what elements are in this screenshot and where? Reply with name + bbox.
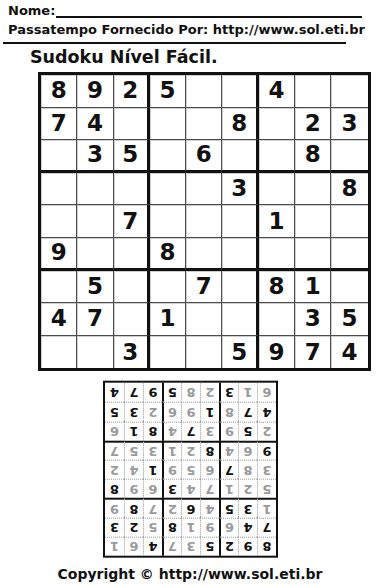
solution-cell-r7c7: 8 xyxy=(143,422,162,441)
cell-r9c6: 5 xyxy=(222,336,258,369)
given-digit: 7 xyxy=(87,307,103,330)
solution-cell-r6c5: 2 xyxy=(181,441,200,460)
solution-cell-r8c8: 3 xyxy=(124,403,143,422)
given-digit: 1 xyxy=(268,210,284,233)
cell-r7c7: 8 xyxy=(259,271,295,304)
solution-cell-r4c5: 4 xyxy=(181,479,200,498)
given-digit: 8 xyxy=(167,521,176,534)
cell-r4c4[interactable] xyxy=(150,173,186,206)
given-digit: 3 xyxy=(167,483,176,496)
solution-cell-r3c3: 5 xyxy=(219,498,238,517)
solved-digit: 3 xyxy=(262,464,271,477)
given-digit: 8 xyxy=(268,275,284,298)
given-digit: 8 xyxy=(160,241,176,264)
solution-cell-r9c5: 8 xyxy=(181,383,200,402)
solution-cell-r4c8: 9 xyxy=(124,479,143,498)
given-digit: 7 xyxy=(305,341,321,364)
solved-digit: 3 xyxy=(205,425,214,438)
solution-cell-r8c3: 8 xyxy=(219,403,238,422)
given-digit: 7 xyxy=(129,386,138,399)
cell-r4c1[interactable] xyxy=(41,173,77,206)
cell-r9c2[interactable] xyxy=(77,336,113,369)
solved-digit: 9 xyxy=(186,406,195,419)
solution-cell-r5c2: 8 xyxy=(238,460,257,479)
cell-r8c1: 4 xyxy=(41,303,77,336)
solution-cell-r8c4: 1 xyxy=(200,403,219,422)
solved-digit: 3 xyxy=(186,540,195,553)
solution-cell-r8c6: 6 xyxy=(162,403,181,422)
solution-cell-r7c6: 4 xyxy=(162,422,181,441)
solution-cell-r1c6: 7 xyxy=(162,537,181,556)
solution-cell-r2c2: 4 xyxy=(238,518,257,537)
given-digit: 2 xyxy=(224,540,233,553)
given-digit: 3 xyxy=(342,112,358,135)
cell-r6c8[interactable] xyxy=(295,238,331,271)
given-digit: 6 xyxy=(196,143,212,166)
name-row: Nome: xyxy=(8,3,372,18)
solution-cell-r5c3: 7 xyxy=(219,460,238,479)
given-digit: 5 xyxy=(122,143,138,166)
solution-cell-r3c7: 7 xyxy=(143,498,162,517)
solution-cell-r5c9: 2 xyxy=(105,460,124,479)
solution-cell-r7c2: 5 xyxy=(238,422,257,441)
solved-digit: 8 xyxy=(243,464,252,477)
name-label: Nome: xyxy=(8,3,55,18)
given-digit: 5 xyxy=(87,275,103,298)
given-digit: 8 xyxy=(231,112,247,135)
given-digit: 4 xyxy=(262,406,271,419)
cell-r7c3[interactable] xyxy=(114,271,150,304)
solution-cell-r9c4: 2 xyxy=(200,383,219,402)
given-digit: 6 xyxy=(186,503,195,516)
solution-cell-r1c4: 5 xyxy=(200,537,219,556)
solution-cell-r2c1: 7 xyxy=(257,518,276,537)
solution-cell-r3c2: 3 xyxy=(238,498,257,517)
cell-r6c9[interactable] xyxy=(331,238,367,271)
solution-cell-r4c7: 6 xyxy=(143,479,162,498)
solution-cell-r4c4: 7 xyxy=(200,479,219,498)
solution-cell-r6c6: 1 xyxy=(162,441,181,460)
solved-digit: 5 xyxy=(148,521,157,534)
given-digit: 3 xyxy=(243,503,252,516)
solved-digit: 5 xyxy=(262,483,271,496)
solution-cell-r4c9: 8 xyxy=(105,479,124,498)
given-digit: 2 xyxy=(305,112,321,135)
cell-r8c8: 3 xyxy=(295,303,331,336)
solution-cell-r9c1: 6 xyxy=(257,383,276,402)
solution-cell-r6c3: 4 xyxy=(219,441,238,460)
cell-r5c3: 7 xyxy=(114,205,150,238)
solved-digit: 9 xyxy=(224,425,233,438)
solved-digit: 1 xyxy=(167,445,176,458)
cell-r6c3[interactable] xyxy=(114,238,150,271)
cell-r5c6[interactable] xyxy=(222,205,258,238)
cell-r6c7[interactable] xyxy=(259,238,295,271)
cell-r2c3[interactable] xyxy=(114,108,150,141)
solution-cell-r8c9: 5 xyxy=(105,403,124,422)
cell-r7c5: 7 xyxy=(186,271,222,304)
solved-digit: 2 xyxy=(109,464,118,477)
given-digit: 3 xyxy=(87,143,103,166)
cell-r8c9: 5 xyxy=(331,303,367,336)
solution-cell-r5c5: 5 xyxy=(181,460,200,479)
solution-grid: 8925374617469185231354627895217436983876… xyxy=(103,381,278,558)
solution-cell-r4c3: 1 xyxy=(219,479,238,498)
given-digit: 9 xyxy=(51,241,67,264)
solution-cell-r6c9: 7 xyxy=(105,441,124,460)
solved-digit: 7 xyxy=(148,503,157,516)
cell-r2c4[interactable] xyxy=(150,108,186,141)
given-digit: 3 xyxy=(129,406,138,419)
solution-cell-r3c5: 6 xyxy=(181,498,200,517)
solved-digit: 2 xyxy=(167,503,176,516)
given-digit: 5 xyxy=(224,503,233,516)
cell-r6c1: 9 xyxy=(41,238,77,271)
page-title: Sudoku Nível Fácil. xyxy=(30,47,380,67)
solution-cell-r1c8: 6 xyxy=(124,537,143,556)
cell-r2c5[interactable] xyxy=(186,108,222,141)
given-digit: 3 xyxy=(224,386,233,399)
solution-cell-r9c8: 7 xyxy=(124,383,143,402)
given-digit: 7 xyxy=(196,275,212,298)
solved-digit: 7 xyxy=(167,540,176,553)
solved-digit: 9 xyxy=(129,483,138,496)
given-digit: 7 xyxy=(224,464,233,477)
given-digit: 3 xyxy=(109,521,118,534)
solution-cell-r2c5: 1 xyxy=(181,518,200,537)
solved-digit: 6 xyxy=(167,406,176,419)
solved-digit: 5 xyxy=(129,445,138,458)
cell-r1c9[interactable] xyxy=(331,75,367,108)
cell-r2c9: 3 xyxy=(331,108,367,141)
solved-digit: 2 xyxy=(262,425,271,438)
solved-digit: 1 xyxy=(186,521,195,534)
cell-r5c4[interactable] xyxy=(150,205,186,238)
cell-r4c8[interactable] xyxy=(295,173,331,206)
solution-cell-r4c2: 2 xyxy=(238,479,257,498)
solution-cell-r2c7: 5 xyxy=(143,518,162,537)
solution-cell-r2c4: 9 xyxy=(200,518,219,537)
solution-cell-r5c6: 9 xyxy=(162,460,181,479)
cell-r8c2: 7 xyxy=(77,303,113,336)
given-digit: 8 xyxy=(109,483,118,496)
cell-r3c9[interactable] xyxy=(331,140,367,173)
cell-r1c8[interactable] xyxy=(295,75,331,108)
cell-r7c8: 1 xyxy=(295,271,331,304)
solution-cell-r9c7: 9 xyxy=(143,383,162,402)
given-digit: 5 xyxy=(109,406,118,419)
solution-cell-r1c3: 2 xyxy=(219,537,238,556)
given-digit: 9 xyxy=(243,540,252,553)
solution-cell-r8c5: 9 xyxy=(181,403,200,422)
copyright-line: Copyright © http://www.sol.eti.br xyxy=(0,566,380,582)
cell-r8c5[interactable] xyxy=(186,303,222,336)
cell-r5c7: 1 xyxy=(259,205,295,238)
given-digit: 5 xyxy=(243,425,252,438)
cell-r2c2: 4 xyxy=(77,108,113,141)
cell-r7c4[interactable] xyxy=(150,271,186,304)
given-digit: 5 xyxy=(160,79,176,102)
cell-r7c1[interactable] xyxy=(41,271,77,304)
solved-digit: 6 xyxy=(224,521,233,534)
solution-cell-r3c8: 8 xyxy=(124,498,143,517)
solution-cell-r2c9: 3 xyxy=(105,518,124,537)
given-digit: 1 xyxy=(305,275,321,298)
cell-r3c3: 5 xyxy=(114,140,150,173)
cell-r9c9: 4 xyxy=(331,336,367,369)
solution-cell-r2c3: 6 xyxy=(219,518,238,537)
given-digit: 3 xyxy=(231,177,247,200)
solved-digit: 1 xyxy=(109,540,118,553)
cell-r3c1[interactable] xyxy=(41,140,77,173)
solution-cell-r9c3: 3 xyxy=(219,383,238,402)
solved-digit: 1 xyxy=(224,483,233,496)
cell-r9c7: 9 xyxy=(259,336,295,369)
cell-r5c8[interactable] xyxy=(295,205,331,238)
given-digit: 1 xyxy=(148,464,157,477)
solution-cell-r7c1: 2 xyxy=(257,422,276,441)
cell-r1c6[interactable] xyxy=(222,75,258,108)
solution-cell-r4c1: 5 xyxy=(257,479,276,498)
cell-r5c5[interactable] xyxy=(186,205,222,238)
solution-cell-r5c7: 1 xyxy=(143,460,162,479)
solved-digit: 9 xyxy=(205,521,214,534)
cell-r2c8: 2 xyxy=(295,108,331,141)
solution-cell-r1c5: 3 xyxy=(181,537,200,556)
cell-r6c6[interactable] xyxy=(222,238,258,271)
sudoku-grid: 8925474823356838719857814713535974 xyxy=(38,72,371,371)
given-digit: 4 xyxy=(87,112,103,135)
cell-r3c4[interactable] xyxy=(150,140,186,173)
given-digit: 7 xyxy=(122,210,138,233)
cell-r6c2[interactable] xyxy=(77,238,113,271)
solved-digit: 5 xyxy=(186,464,195,477)
solution-cell-r3c6: 2 xyxy=(162,498,181,517)
cell-r7c6[interactable] xyxy=(222,271,258,304)
solution-cell-r6c4: 8 xyxy=(200,441,219,460)
solved-digit: 6 xyxy=(129,540,138,553)
given-digit: 8 xyxy=(205,445,214,458)
solved-digit: 2 xyxy=(148,406,157,419)
cell-r4c9: 8 xyxy=(331,173,367,206)
solved-digit: 4 xyxy=(205,503,214,516)
cell-r9c5[interactable] xyxy=(186,336,222,369)
cell-r4c5[interactable] xyxy=(186,173,222,206)
given-digit: 4 xyxy=(109,386,118,399)
cell-r3c6[interactable] xyxy=(222,140,258,173)
solution-cell-r7c8: 1 xyxy=(124,422,143,441)
cell-r5c1[interactable] xyxy=(41,205,77,238)
solution-cell-r1c1: 8 xyxy=(257,537,276,556)
cell-r2c1: 7 xyxy=(41,108,77,141)
cell-r1c2: 9 xyxy=(77,75,113,108)
solved-digit: 2 xyxy=(205,386,214,399)
solution-cell-r8c1: 4 xyxy=(257,403,276,422)
provided-by-line: Passatempo Fornecido Por: http://www.sol… xyxy=(3,22,346,44)
solved-digit: 6 xyxy=(262,386,271,399)
given-digit: 5 xyxy=(167,386,176,399)
given-digit: 4 xyxy=(243,521,252,534)
solved-digit: 3 xyxy=(148,445,157,458)
given-digit: 4 xyxy=(148,540,157,553)
solution-cell-r3c1: 1 xyxy=(257,498,276,517)
solved-digit: 2 xyxy=(186,445,195,458)
solution-cell-r9c2: 1 xyxy=(238,383,257,402)
solution-cell-r6c2: 6 xyxy=(238,441,257,460)
solved-digit: 4 xyxy=(129,464,138,477)
solved-digit: 8 xyxy=(186,386,195,399)
solved-digit: 2 xyxy=(243,483,252,496)
solved-digit: 8 xyxy=(224,406,233,419)
given-digit: 7 xyxy=(243,406,252,419)
given-digit: 4 xyxy=(268,79,284,102)
given-digit: 2 xyxy=(129,521,138,534)
cell-r9c3: 3 xyxy=(114,336,150,369)
cell-r2c6: 8 xyxy=(222,108,258,141)
solution-cell-r6c1: 9 xyxy=(257,441,276,460)
solved-digit: 6 xyxy=(109,425,118,438)
solution-cell-r4c6: 3 xyxy=(162,479,181,498)
given-digit: 4 xyxy=(342,341,358,364)
solved-digit: 6 xyxy=(243,445,252,458)
cell-r4c7[interactable] xyxy=(259,173,295,206)
cell-r4c3[interactable] xyxy=(114,173,150,206)
cell-r4c6: 3 xyxy=(222,173,258,206)
given-digit: 9 xyxy=(262,445,271,458)
cell-r1c5[interactable] xyxy=(186,75,222,108)
given-digit: 9 xyxy=(148,386,157,399)
given-digit: 1 xyxy=(160,307,176,330)
solution-cell-r2c8: 2 xyxy=(124,518,143,537)
solution-cell-r7c4: 3 xyxy=(200,422,219,441)
cell-r1c4: 5 xyxy=(150,75,186,108)
solved-digit: 6 xyxy=(205,464,214,477)
solution-cell-r3c9: 9 xyxy=(105,498,124,517)
cell-r8c6[interactable] xyxy=(222,303,258,336)
given-digit: 2 xyxy=(122,79,138,102)
solution-cell-r5c8: 4 xyxy=(124,460,143,479)
solution-cell-r9c6: 5 xyxy=(162,383,181,402)
cell-r1c1: 8 xyxy=(41,75,77,108)
given-digit: 8 xyxy=(262,540,271,553)
given-digit: 3 xyxy=(122,341,138,364)
sudoku-worksheet: Nome: Passatempo Fornecido Por: http://w… xyxy=(0,0,380,585)
cell-r1c3: 2 xyxy=(114,75,150,108)
solved-digit: 4 xyxy=(186,483,195,496)
cell-r9c4[interactable] xyxy=(150,336,186,369)
solution-cell-r1c2: 9 xyxy=(238,537,257,556)
solution-cell-r5c4: 6 xyxy=(200,460,219,479)
solution-cell-r7c5: 7 xyxy=(181,422,200,441)
given-digit: 1 xyxy=(205,406,214,419)
cell-r2c7[interactable] xyxy=(259,108,295,141)
name-blank[interactable] xyxy=(56,5,362,18)
solution-cell-r1c9: 1 xyxy=(105,537,124,556)
solution-cell-r6c7: 3 xyxy=(143,441,162,460)
given-digit: 8 xyxy=(129,503,138,516)
solution-cell-r1c7: 4 xyxy=(143,537,162,556)
given-digit: 5 xyxy=(231,341,247,364)
cell-r7c2: 5 xyxy=(77,271,113,304)
given-digit: 5 xyxy=(205,540,214,553)
solution-cell-r5c1: 3 xyxy=(257,460,276,479)
cell-r5c2[interactable] xyxy=(77,205,113,238)
given-digit: 5 xyxy=(342,307,358,330)
cell-r8c4: 1 xyxy=(150,303,186,336)
solved-digit: 7 xyxy=(205,483,214,496)
solution-cell-r7c3: 9 xyxy=(219,422,238,441)
cell-r4c2[interactable] xyxy=(77,173,113,206)
cell-r7c9[interactable] xyxy=(331,271,367,304)
solution-cell-r9c9: 4 xyxy=(105,383,124,402)
solved-digit: 4 xyxy=(224,445,233,458)
cell-r6c4: 8 xyxy=(150,238,186,271)
given-digit: 7 xyxy=(262,521,271,534)
cell-r3c5: 6 xyxy=(186,140,222,173)
given-digit: 9 xyxy=(268,341,284,364)
given-digit: 8 xyxy=(342,177,358,200)
solved-digit: 1 xyxy=(243,386,252,399)
cell-r8c3[interactable] xyxy=(114,303,150,336)
given-digit: 9 xyxy=(87,79,103,102)
cell-r3c7[interactable] xyxy=(259,140,295,173)
solved-digit: 6 xyxy=(148,483,157,496)
solved-digit: 9 xyxy=(167,464,176,477)
cell-r3c8: 8 xyxy=(295,140,331,173)
solved-digit: 7 xyxy=(109,445,118,458)
solution-cell-r3c4: 4 xyxy=(200,498,219,517)
cell-r8c7[interactable] xyxy=(259,303,295,336)
given-digit: 7 xyxy=(186,425,195,438)
given-digit: 4 xyxy=(51,307,67,330)
solution-cell-r8c2: 7 xyxy=(238,403,257,422)
given-digit: 7 xyxy=(51,112,67,135)
given-digit: 3 xyxy=(305,307,321,330)
solved-digit: 4 xyxy=(167,425,176,438)
solution-cell-r2c6: 8 xyxy=(162,518,181,537)
cell-r5c9[interactable] xyxy=(331,205,367,238)
solved-digit: 9 xyxy=(109,503,118,516)
cell-r9c8: 7 xyxy=(295,336,331,369)
solution-cell-r6c8: 5 xyxy=(124,441,143,460)
solution-cell-r7c9: 6 xyxy=(105,422,124,441)
cell-r6c5[interactable] xyxy=(186,238,222,271)
cell-r3c2: 3 xyxy=(77,140,113,173)
given-digit: 8 xyxy=(305,143,321,166)
given-digit: 8 xyxy=(51,79,67,102)
given-digit: 8 xyxy=(148,425,157,438)
cell-r1c7: 4 xyxy=(259,75,295,108)
solution-cell-r8c7: 2 xyxy=(143,403,162,422)
given-digit: 1 xyxy=(129,425,138,438)
cell-r9c1[interactable] xyxy=(41,336,77,369)
solved-digit: 1 xyxy=(262,503,271,516)
